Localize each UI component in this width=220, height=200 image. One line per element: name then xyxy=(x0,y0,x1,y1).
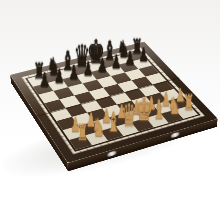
black-pawn-a7: ♟ xyxy=(29,71,61,91)
chess-set-photo: ♜♞♝♛♚♝♞♜♟♟♟♟♟♟♟♟♟♟♟♟♟♟♟♟♜♞♝♛♚♝♞♜ xyxy=(0,0,220,200)
board-frame: ♜♞♝♛♚♝♞♜♟♟♟♟♟♟♟♟♟♟♟♟♟♟♟♟♜♞♝♛♚♝♞♜ xyxy=(10,42,218,163)
chess-board: ♜♞♝♛♚♝♞♜♟♟♟♟♟♟♟♟♟♟♟♟♟♟♟♟♜♞♝♛♚♝♞♜ xyxy=(10,42,218,163)
clasp-icon xyxy=(170,132,179,139)
scene: ♜♞♝♛♚♝♞♜♟♟♟♟♟♟♟♟♟♟♟♟♟♟♟♟♜♞♝♛♚♝♞♜ xyxy=(0,0,220,200)
clasp-icon xyxy=(107,150,116,157)
white-rook-a1: ♜ xyxy=(65,123,100,145)
square-a1: ♜ xyxy=(69,135,92,149)
